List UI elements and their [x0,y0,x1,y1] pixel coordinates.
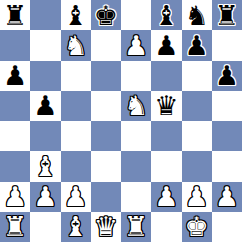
square-g8[interactable]: ♞ [182,0,212,30]
piece-white-pawn[interactable]: ♟ [215,183,239,210]
square-d4[interactable] [91,121,121,151]
piece-black-pawn[interactable]: ♟ [3,62,27,89]
piece-black-pawn[interactable]: ♟ [215,62,239,89]
square-h3[interactable] [212,151,242,181]
piece-white-king[interactable]: ♚ [185,213,209,240]
square-c6[interactable] [61,61,91,91]
square-e6[interactable] [121,61,151,91]
square-h7[interactable] [212,30,242,60]
square-h1[interactable] [212,212,242,242]
square-a3[interactable] [0,151,30,181]
square-b3[interactable]: ♝ [30,151,60,181]
piece-black-knight[interactable]: ♞ [185,2,209,29]
square-c1[interactable]: ♝ [61,212,91,242]
square-g7[interactable]: ♟ [182,30,212,60]
square-d1[interactable]: ♛ [91,212,121,242]
square-g1[interactable]: ♚ [182,212,212,242]
piece-white-rook[interactable]: ♜ [124,213,148,240]
square-f1[interactable] [151,212,181,242]
square-e8[interactable] [121,0,151,30]
chess-board: ♜♝♚♝♞♜♞♟♟♟♟♟♟♞♛♝♟♟♟♟♟♟♜♝♛♜♚ [0,0,242,242]
square-c8[interactable]: ♝ [61,0,91,30]
piece-white-pawn[interactable]: ♟ [124,32,148,59]
piece-white-pawn[interactable]: ♟ [64,183,88,210]
square-f3[interactable] [151,151,181,181]
square-a2[interactable]: ♟ [0,182,30,212]
square-a7[interactable] [0,30,30,60]
square-f7[interactable]: ♟ [151,30,181,60]
piece-white-queen[interactable]: ♛ [94,213,118,240]
piece-white-bishop[interactable]: ♝ [33,153,57,180]
piece-black-pawn[interactable]: ♟ [185,32,209,59]
piece-black-rook[interactable]: ♜ [3,2,27,29]
square-h6[interactable]: ♟ [212,61,242,91]
square-b5[interactable]: ♟ [30,91,60,121]
piece-black-pawn[interactable]: ♟ [33,92,57,119]
square-g5[interactable] [182,91,212,121]
piece-white-pawn[interactable]: ♟ [33,183,57,210]
piece-white-pawn[interactable]: ♟ [154,183,178,210]
square-f8[interactable]: ♝ [151,0,181,30]
piece-black-king[interactable]: ♚ [94,2,118,29]
square-h2[interactable]: ♟ [212,182,242,212]
piece-white-pawn[interactable]: ♟ [185,183,209,210]
square-b8[interactable] [30,0,60,30]
square-f6[interactable] [151,61,181,91]
square-c2[interactable]: ♟ [61,182,91,212]
square-a1[interactable]: ♜ [0,212,30,242]
piece-black-bishop[interactable]: ♝ [64,2,88,29]
square-h5[interactable] [212,91,242,121]
piece-black-pawn[interactable]: ♟ [154,32,178,59]
square-g6[interactable] [182,61,212,91]
square-e2[interactable] [121,182,151,212]
square-e1[interactable]: ♜ [121,212,151,242]
square-b4[interactable] [30,121,60,151]
square-f4[interactable] [151,121,181,151]
piece-black-rook[interactable]: ♜ [215,2,239,29]
square-b7[interactable] [30,30,60,60]
square-c4[interactable] [61,121,91,151]
square-b6[interactable] [30,61,60,91]
square-f2[interactable]: ♟ [151,182,181,212]
square-g3[interactable] [182,151,212,181]
square-g4[interactable] [182,121,212,151]
square-d8[interactable]: ♚ [91,0,121,30]
square-c3[interactable] [61,151,91,181]
square-c5[interactable] [61,91,91,121]
square-h4[interactable] [212,121,242,151]
piece-white-knight[interactable]: ♞ [64,32,88,59]
piece-white-pawn[interactable]: ♟ [3,183,27,210]
square-a4[interactable] [0,121,30,151]
square-a8[interactable]: ♜ [0,0,30,30]
square-g2[interactable]: ♟ [182,182,212,212]
square-e4[interactable] [121,121,151,151]
square-d3[interactable] [91,151,121,181]
square-e5[interactable]: ♞ [121,91,151,121]
square-e3[interactable] [121,151,151,181]
square-d6[interactable] [91,61,121,91]
square-d2[interactable] [91,182,121,212]
square-e7[interactable]: ♟ [121,30,151,60]
square-f5[interactable]: ♛ [151,91,181,121]
square-a6[interactable]: ♟ [0,61,30,91]
piece-black-queen[interactable]: ♛ [154,92,178,119]
square-d5[interactable] [91,91,121,121]
piece-black-bishop[interactable]: ♝ [154,2,178,29]
square-b1[interactable] [30,212,60,242]
square-d7[interactable] [91,30,121,60]
square-a5[interactable] [0,91,30,121]
square-h8[interactable]: ♜ [212,0,242,30]
square-c7[interactable]: ♞ [61,30,91,60]
piece-white-bishop[interactable]: ♝ [64,213,88,240]
piece-white-knight[interactable]: ♞ [124,92,148,119]
piece-white-rook[interactable]: ♜ [3,213,27,240]
square-b2[interactable]: ♟ [30,182,60,212]
